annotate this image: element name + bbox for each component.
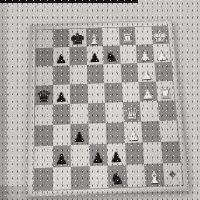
black-queen: ♛	[36, 88, 52, 105]
square-h6	[154, 62, 173, 81]
photo-left-band	[0, 0, 7, 200]
square-g5: ♟	[138, 81, 157, 101]
frame-marking: ·≡·≡·	[171, 64, 177, 77]
square-d7: ♟	[86, 46, 103, 65]
square-e8	[102, 28, 119, 46]
square-g1: ♝	[144, 163, 164, 186]
square-c6	[70, 65, 87, 85]
square-e4	[105, 102, 124, 123]
square-f8: ♜	[118, 27, 136, 45]
white-bishop: ♝	[87, 33, 101, 47]
black-king: ♚	[70, 31, 86, 47]
square-h3	[159, 120, 179, 141]
square-e5	[104, 83, 122, 103]
square-d4	[88, 103, 106, 124]
square-e3	[106, 122, 125, 144]
square-g2	[143, 142, 163, 164]
black-pawn: ♟	[55, 53, 67, 65]
square-d5	[87, 83, 105, 103]
square-g6: ♟	[137, 63, 155, 82]
square-b6	[53, 65, 70, 85]
square-a7	[36, 48, 53, 67]
square-a5: ♛	[35, 85, 53, 105]
square-h8: ♚	[151, 26, 169, 44]
white-pawn: ♟	[126, 129, 140, 143]
chess-board: ♚♝♜♚♟♟♞♟♟♟♛♟♟♜♛♟♟♟♟♟♞♝❖ ·≡·≡·	[26, 20, 190, 197]
black-knight: ♞	[105, 51, 119, 64]
white-pawn: ♟	[141, 88, 155, 101]
white-pawn: ♟	[140, 69, 153, 82]
white-rook: ♜	[157, 86, 173, 101]
board-frame: ♚♝♜♚♟♟♞♟♟♟♛♟♟♜♛♟♟♟♟♟♞♝❖ ·≡·≡·	[26, 20, 190, 197]
square-b3	[53, 124, 71, 146]
board-emblem: ❖	[168, 170, 177, 180]
square-f7	[119, 45, 137, 64]
square-f6	[120, 63, 138, 82]
square-c7	[69, 46, 86, 65]
white-bishop: ♝	[146, 169, 162, 186]
black-pawn: ♟	[55, 91, 68, 104]
square-a2	[34, 146, 52, 168]
white-rook: ♜	[120, 32, 134, 46]
square-f2	[125, 143, 144, 165]
black-pawn: ♟	[55, 153, 68, 168]
board-grid: ♚♝♜♚♟♟♞♟♟♟♛♟♟♜♛♟♟♟♟♟♞♝❖	[33, 25, 184, 191]
square-g3	[141, 121, 160, 142]
square-e1: ♞	[107, 165, 127, 188]
square-f3: ♟	[123, 122, 142, 143]
square-h1: ❖	[162, 163, 182, 186]
white-king: ♚	[151, 28, 168, 44]
square-f5	[121, 82, 139, 102]
square-e7: ♞	[103, 45, 121, 64]
square-b8	[53, 29, 70, 47]
white-pawn: ♟	[139, 51, 152, 63]
square-b4	[53, 104, 71, 125]
square-g4	[140, 101, 159, 122]
square-c8: ♚	[69, 29, 86, 47]
square-b2: ♟	[52, 145, 70, 167]
square-h2	[161, 141, 181, 163]
square-c4	[70, 103, 88, 124]
square-f1	[126, 164, 146, 187]
white-queen: ♛	[123, 105, 140, 122]
square-h4	[157, 100, 176, 121]
square-b7: ♟	[53, 47, 70, 66]
photograph: ♚♝♜♚♟♟♞♟♟♟♛♟♟♜♛♟♟♟♟♟♞♝❖ ·≡·≡·	[0, 0, 200, 200]
black-pawn: ♟	[91, 151, 105, 166]
square-d3	[88, 123, 107, 145]
square-b5: ♟	[53, 84, 70, 104]
square-d8: ♝	[86, 28, 103, 46]
square-g7: ♟	[136, 44, 154, 63]
square-h7: ♟	[152, 44, 170, 63]
square-c1	[71, 166, 90, 189]
square-h5: ♜	[156, 81, 175, 101]
square-a4	[35, 105, 53, 126]
square-c5	[70, 84, 88, 104]
photo-smudge	[0, 186, 58, 200]
square-c2	[71, 145, 90, 167]
square-c3: ♟	[70, 124, 88, 146]
black-pawn: ♟	[73, 131, 86, 145]
square-a8	[36, 30, 53, 48]
black-pawn: ♟	[89, 52, 102, 64]
square-a3	[34, 125, 52, 147]
square-f4: ♛	[122, 102, 141, 123]
square-d2: ♟	[89, 144, 108, 166]
square-d1	[89, 165, 108, 188]
white-pawn: ♟	[155, 50, 168, 62]
square-g8	[135, 27, 153, 45]
black-pawn: ♟	[109, 151, 123, 166]
square-a6	[36, 66, 53, 86]
black-knight: ♞	[110, 172, 125, 188]
photo-top-strip	[0, 0, 138, 3]
square-e6	[103, 64, 121, 84]
square-d6	[87, 64, 105, 84]
square-e2: ♟	[107, 143, 126, 165]
